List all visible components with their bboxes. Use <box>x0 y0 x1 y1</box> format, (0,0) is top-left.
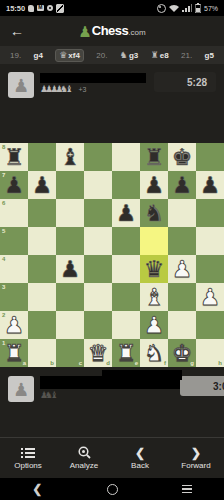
logo-word: Chess <box>92 23 129 38</box>
square-c5[interactable] <box>56 227 84 255</box>
file-label-g: g <box>190 360 194 366</box>
square-c3[interactable] <box>56 283 84 311</box>
battery-percent: 57% <box>204 5 218 12</box>
square-f8[interactable]: ♜ <box>140 143 168 171</box>
top-player-name-redacted <box>40 73 146 83</box>
white-pawn: ♟ <box>140 311 168 339</box>
black-pawn: ♟ <box>28 171 56 199</box>
square-c4[interactable]: ♟ <box>56 255 84 283</box>
square-g2[interactable] <box>168 311 196 339</box>
white-pawn: ♟ <box>168 255 196 283</box>
options-list-icon <box>21 446 35 459</box>
back-arrow-icon[interactable]: ← <box>10 16 24 46</box>
square-d7[interactable] <box>84 171 112 199</box>
square-a2[interactable]: 2♟ <box>0 311 28 339</box>
square-a4[interactable]: 4 <box>0 255 28 283</box>
chesscom-logo: ♟Chess.com <box>0 21 224 41</box>
square-b1[interactable]: b <box>28 339 56 367</box>
square-h7[interactable]: ♟ <box>196 171 224 199</box>
rank-label-8: 8 <box>2 144 5 150</box>
signal-icon <box>182 4 192 12</box>
bottom-player-row: ♟ ♟♞♝ 3:04 <box>0 367 224 437</box>
board-top-gap <box>0 118 224 143</box>
square-c7[interactable] <box>56 171 84 199</box>
square-d8[interactable] <box>84 143 112 171</box>
status-time: 15:50 <box>6 4 25 13</box>
square-d5[interactable] <box>84 227 112 255</box>
move-piece-icon: ♛ <box>59 50 67 61</box>
forward-label: Forward <box>181 461 210 470</box>
battery-icon <box>195 3 201 13</box>
black-pawn: ♟ <box>196 171 224 199</box>
forward-chevron-icon: ❯ <box>191 446 201 459</box>
square-h6[interactable] <box>196 199 224 227</box>
file-label-a: a <box>23 360 26 366</box>
square-b3[interactable] <box>28 283 56 311</box>
square-d1[interactable]: d♛ <box>84 339 112 367</box>
move-selected[interactable]: ♛xf4 <box>55 49 84 62</box>
square-b6[interactable] <box>28 199 56 227</box>
square-g8[interactable]: ♚ <box>168 143 196 171</box>
back-chevron-icon: ❮ <box>135 446 145 459</box>
black-king: ♚ <box>168 143 196 171</box>
black-bishop: ♝ <box>56 143 84 171</box>
file-label-f: f <box>164 360 166 366</box>
square-f4[interactable]: ♛ <box>140 255 168 283</box>
logo-pawn-icon: ♟ <box>78 23 91 40</box>
screenshot-icon <box>56 4 64 13</box>
move[interactable]: g5 <box>205 51 214 60</box>
square-b8[interactable] <box>28 143 56 171</box>
status-bar: 15:50 57% <box>0 0 224 16</box>
avatar-pawn-icon: ♟ <box>13 75 29 96</box>
square-e6[interactable]: ♟ <box>112 199 140 227</box>
square-d2[interactable] <box>84 311 112 339</box>
square-b4[interactable] <box>28 255 56 283</box>
file-label-h: h <box>218 360 222 366</box>
square-a3[interactable]: 3 <box>0 283 28 311</box>
square-d3[interactable] <box>84 283 112 311</box>
square-g5[interactable] <box>168 227 196 255</box>
avatar-pawn-icon: ♟ <box>13 379 29 400</box>
black-queen: ♛ <box>140 255 168 283</box>
square-d6[interactable] <box>84 199 112 227</box>
square-c2[interactable] <box>56 311 84 339</box>
square-f5[interactable] <box>140 227 168 255</box>
square-f1[interactable]: f♞ <box>140 339 168 367</box>
square-a5[interactable]: 5 <box>0 227 28 255</box>
black-knight: ♞ <box>140 199 168 227</box>
square-g1[interactable]: g♚ <box>168 339 196 367</box>
android-back-icon[interactable]: ❮ <box>32 482 42 496</box>
bottom-player-avatar[interactable]: ♟ <box>8 376 34 402</box>
square-a7[interactable]: 7♟ <box>0 171 28 199</box>
black-rook: ♜ <box>140 143 168 171</box>
move-list-bar[interactable]: 19.g4♛xf420.♞g3♜e821.g5 <box>0 46 224 64</box>
square-h3[interactable]: ♟ <box>196 283 224 311</box>
top-player-avatar[interactable]: ♟ <box>8 72 34 98</box>
square-c1[interactable]: c <box>56 339 84 367</box>
options-label: Options <box>14 461 42 470</box>
square-f7[interactable]: ♟ <box>140 171 168 199</box>
square-e5[interactable] <box>112 227 140 255</box>
square-d4[interactable] <box>84 255 112 283</box>
square-g6[interactable] <box>168 199 196 227</box>
android-recents-icon[interactable] <box>182 485 192 493</box>
top-captured-pieces: ♟♟♟♟♞♝+3 <box>40 85 154 94</box>
rank-label-1: 1 <box>2 340 5 346</box>
settings-icon <box>47 5 53 11</box>
square-e7[interactable] <box>112 171 140 199</box>
square-h5[interactable] <box>196 227 224 255</box>
move-forward-button[interactable]: ❯ Forward <box>168 446 224 470</box>
file-label-d: d <box>106 360 110 366</box>
chess-board[interactable]: 8♜♝♜♚7♟♟♟♟♟6♟♞54♟♛♟3♝♟2♟♟1a♜bcd♛e♜f♞g♚h <box>0 143 224 367</box>
analyze-magnifier-icon <box>78 446 91 459</box>
rank-label-5: 5 <box>2 228 5 234</box>
file-label-e: e <box>135 360 138 366</box>
square-h4[interactable] <box>196 255 224 283</box>
bottom-player-clock: 3:04 <box>180 376 224 396</box>
square-b2[interactable] <box>28 311 56 339</box>
rank-label-7: 7 <box>2 172 5 178</box>
wifi-icon <box>169 4 179 12</box>
square-h8[interactable] <box>196 143 224 171</box>
top-player-clock: 5:28 <box>154 72 216 92</box>
white-bishop: ♝ <box>140 283 168 311</box>
game-toolbar: Options Analyze ❮ Back ❯ Forward <box>0 437 224 478</box>
file-label-c: c <box>79 360 82 366</box>
move-back-button[interactable]: ❮ Back <box>112 446 168 470</box>
android-nav-bar: ❮ <box>0 478 224 500</box>
bottom-player-redaction-extra <box>102 370 182 380</box>
square-h1[interactable]: h <box>196 339 224 367</box>
black-pawn: ♟ <box>168 171 196 199</box>
square-e4[interactable] <box>112 255 140 283</box>
square-f2[interactable]: ♟ <box>140 311 168 339</box>
move[interactable]: g4 <box>34 51 43 60</box>
bottom-captured-pieces: ♟♞♝ <box>40 391 180 400</box>
move[interactable]: ♞g3 <box>120 50 138 60</box>
move-number: 19. <box>10 51 21 60</box>
move-piece-icon: ♞ <box>120 50 128 60</box>
square-f3[interactable]: ♝ <box>140 283 168 311</box>
square-a6[interactable]: 6 <box>0 199 28 227</box>
square-f6[interactable]: ♞ <box>140 199 168 227</box>
logo-tld: .com <box>128 28 145 37</box>
square-b5[interactable] <box>28 227 56 255</box>
move[interactable]: ♜e8 <box>151 50 169 60</box>
square-e1[interactable]: e♜ <box>112 339 140 367</box>
vibrate-icon <box>37 5 44 11</box>
square-c8[interactable]: ♝ <box>56 143 84 171</box>
file-label-b: b <box>50 360 54 366</box>
black-pawn: ♟ <box>112 199 140 227</box>
top-player-row: ♟ ♟♟♟♟♞♝+3 5:28 <box>0 64 224 118</box>
material-advantage: +3 <box>78 85 86 94</box>
rank-label-2: 2 <box>2 312 5 318</box>
rank-label-4: 4 <box>2 256 5 262</box>
square-a1[interactable]: 1a♜ <box>0 339 28 367</box>
analyze-label: Analyze <box>70 461 98 470</box>
rank-label-6: 6 <box>2 200 5 206</box>
square-g4[interactable]: ♟ <box>168 255 196 283</box>
app-header: ← ♟Chess.com <box>0 16 224 46</box>
square-e2[interactable] <box>112 311 140 339</box>
hand-icon <box>28 5 34 12</box>
square-e3[interactable] <box>112 283 140 311</box>
square-e8[interactable] <box>112 143 140 171</box>
move-number: 20. <box>96 51 107 60</box>
square-c6[interactable] <box>56 199 84 227</box>
square-b7[interactable]: ♟ <box>28 171 56 199</box>
back-label: Back <box>131 461 149 470</box>
white-pawn: ♟ <box>196 283 224 311</box>
black-pawn: ♟ <box>56 255 84 283</box>
options-button[interactable]: Options <box>0 446 56 470</box>
black-pawn: ♟ <box>140 171 168 199</box>
square-g3[interactable] <box>168 283 196 311</box>
data-saver-icon <box>157 4 166 13</box>
move-number: 21. <box>181 51 192 60</box>
rank-label-3: 3 <box>2 284 5 290</box>
captured-piece-glyphs: ♟♞♝ <box>40 391 55 400</box>
analyze-button[interactable]: Analyze <box>56 446 112 470</box>
square-g7[interactable]: ♟ <box>168 171 196 199</box>
android-home-icon[interactable] <box>107 484 118 495</box>
move-piece-icon: ♜ <box>151 50 159 60</box>
square-a8[interactable]: 8♜ <box>0 143 28 171</box>
captured-piece-glyphs: ♟♟♟♟♞♝ <box>40 85 70 94</box>
chess-app-screen: 15:50 57% ← ♟Chess.com 19.g4♛xf420.♞g3♜e… <box>0 0 224 500</box>
square-h2[interactable] <box>196 311 224 339</box>
